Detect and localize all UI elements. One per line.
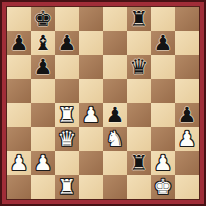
square-e7[interactable] <box>103 31 127 55</box>
piece-white-pawn[interactable]: ♟ <box>10 151 29 175</box>
square-c3[interactable]: ♛ <box>55 127 79 151</box>
square-g2[interactable]: ♟ <box>151 151 175 175</box>
square-b4[interactable] <box>31 103 55 127</box>
piece-black-pawn[interactable]: ♟ <box>10 31 29 55</box>
square-a5[interactable] <box>7 79 31 103</box>
square-a6[interactable] <box>7 55 31 79</box>
piece-black-pawn[interactable]: ♟ <box>106 103 125 127</box>
square-c7[interactable]: ♟ <box>55 31 79 55</box>
piece-white-pawn[interactable]: ♟ <box>178 127 197 151</box>
square-c8[interactable] <box>55 7 79 31</box>
piece-black-queen[interactable]: ♛ <box>130 55 149 79</box>
piece-black-pawn[interactable]: ♟ <box>58 31 77 55</box>
chess-board[interactable]: ♚♜♟♝♟♟♟♛♜♟♟♟♛♞♟♟♟♜♟♜♚ <box>7 7 199 199</box>
square-e8[interactable] <box>103 7 127 31</box>
square-e3[interactable]: ♞ <box>103 127 127 151</box>
square-e1[interactable] <box>103 175 127 199</box>
square-a8[interactable] <box>7 7 31 31</box>
square-g1[interactable]: ♚ <box>151 175 175 199</box>
square-f4[interactable] <box>127 103 151 127</box>
square-g3[interactable] <box>151 127 175 151</box>
piece-white-queen[interactable]: ♛ <box>58 127 77 151</box>
square-b2[interactable]: ♟ <box>31 151 55 175</box>
square-h3[interactable]: ♟ <box>175 127 199 151</box>
square-b3[interactable] <box>31 127 55 151</box>
square-d2[interactable] <box>79 151 103 175</box>
square-a7[interactable]: ♟ <box>7 31 31 55</box>
square-f1[interactable] <box>127 175 151 199</box>
square-f6[interactable]: ♛ <box>127 55 151 79</box>
piece-black-pawn[interactable]: ♟ <box>178 103 197 127</box>
square-f3[interactable] <box>127 127 151 151</box>
square-b5[interactable] <box>31 79 55 103</box>
square-e2[interactable] <box>103 151 127 175</box>
piece-white-pawn[interactable]: ♟ <box>34 151 53 175</box>
square-a3[interactable] <box>7 127 31 151</box>
square-c4[interactable]: ♜ <box>55 103 79 127</box>
square-h5[interactable] <box>175 79 199 103</box>
square-c1[interactable]: ♜ <box>55 175 79 199</box>
square-c2[interactable] <box>55 151 79 175</box>
piece-black-king[interactable]: ♚ <box>34 7 53 31</box>
piece-white-king[interactable]: ♚ <box>154 175 173 199</box>
square-h2[interactable] <box>175 151 199 175</box>
square-e5[interactable] <box>103 79 127 103</box>
square-f5[interactable] <box>127 79 151 103</box>
square-d6[interactable] <box>79 55 103 79</box>
square-b6[interactable]: ♟ <box>31 55 55 79</box>
square-h4[interactable]: ♟ <box>175 103 199 127</box>
square-h7[interactable] <box>175 31 199 55</box>
square-a1[interactable] <box>7 175 31 199</box>
square-f2[interactable]: ♜ <box>127 151 151 175</box>
piece-white-rook[interactable]: ♜ <box>58 175 77 199</box>
square-d3[interactable] <box>79 127 103 151</box>
square-d5[interactable] <box>79 79 103 103</box>
square-g4[interactable] <box>151 103 175 127</box>
square-d8[interactable] <box>79 7 103 31</box>
square-d4[interactable]: ♟ <box>79 103 103 127</box>
board-inner-frame: ♚♜♟♝♟♟♟♛♜♟♟♟♛♞♟♟♟♜♟♜♚ <box>6 6 200 200</box>
square-c5[interactable] <box>55 79 79 103</box>
square-b1[interactable] <box>31 175 55 199</box>
square-a2[interactable]: ♟ <box>7 151 31 175</box>
piece-black-bishop[interactable]: ♝ <box>34 31 53 55</box>
piece-black-rook[interactable]: ♜ <box>130 7 149 31</box>
square-h1[interactable] <box>175 175 199 199</box>
square-c6[interactable] <box>55 55 79 79</box>
piece-white-pawn[interactable]: ♟ <box>154 151 173 175</box>
square-d7[interactable] <box>79 31 103 55</box>
piece-white-knight[interactable]: ♞ <box>106 127 125 151</box>
square-g8[interactable] <box>151 7 175 31</box>
square-a4[interactable] <box>7 103 31 127</box>
square-g7[interactable]: ♟ <box>151 31 175 55</box>
square-b8[interactable]: ♚ <box>31 7 55 31</box>
square-h8[interactable] <box>175 7 199 31</box>
square-h6[interactable] <box>175 55 199 79</box>
piece-black-pawn[interactable]: ♟ <box>34 55 53 79</box>
piece-white-rook[interactable]: ♜ <box>58 103 77 127</box>
piece-black-rook[interactable]: ♜ <box>130 151 149 175</box>
piece-white-pawn[interactable]: ♟ <box>82 103 101 127</box>
piece-black-pawn[interactable]: ♟ <box>154 31 173 55</box>
square-g6[interactable] <box>151 55 175 79</box>
square-b7[interactable]: ♝ <box>31 31 55 55</box>
square-d1[interactable] <box>79 175 103 199</box>
board-frame: ♚♜♟♝♟♟♟♛♜♟♟♟♛♞♟♟♟♜♟♜♚ <box>0 0 206 206</box>
square-f7[interactable] <box>127 31 151 55</box>
square-f8[interactable]: ♜ <box>127 7 151 31</box>
square-e4[interactable]: ♟ <box>103 103 127 127</box>
square-e6[interactable] <box>103 55 127 79</box>
square-g5[interactable] <box>151 79 175 103</box>
